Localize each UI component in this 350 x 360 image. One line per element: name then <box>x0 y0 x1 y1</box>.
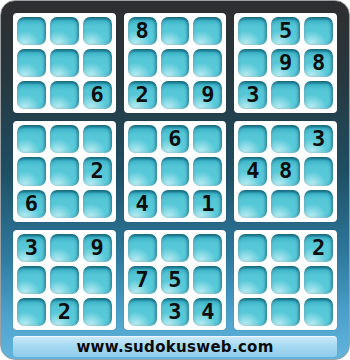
cell-r9c4[interactable] <box>128 298 157 326</box>
cell-r1c9[interactable] <box>304 17 333 45</box>
cell-r9c9[interactable] <box>304 298 333 326</box>
cell-r2c7[interactable] <box>238 49 267 77</box>
cell-r3c3[interactable]: 6 <box>83 81 112 109</box>
cell-r1c1[interactable] <box>17 17 46 45</box>
cell-r3c6[interactable]: 9 <box>193 81 222 109</box>
cell-r7c1[interactable]: 3 <box>17 234 46 262</box>
cell-r6c2[interactable] <box>50 190 79 218</box>
cell-r6c9[interactable] <box>304 190 333 218</box>
cell-r1c5[interactable] <box>161 17 190 45</box>
cell-r3c4[interactable]: 2 <box>128 81 157 109</box>
cell-r4c9[interactable]: 3 <box>304 125 333 153</box>
cell-r8c1[interactable] <box>17 266 46 294</box>
cell-r2c8[interactable]: 9 <box>271 49 300 77</box>
cell-r4c8[interactable] <box>271 125 300 153</box>
cell-r2c9[interactable]: 8 <box>304 49 333 77</box>
cell-r7c9[interactable]: 2 <box>304 234 333 262</box>
website-link[interactable]: www.sudokusweb.com <box>76 338 273 356</box>
box-1-3: 5983 <box>234 13 337 113</box>
cell-r9c7[interactable] <box>238 298 267 326</box>
cell-r6c3[interactable] <box>83 190 112 218</box>
cell-r3c2[interactable] <box>50 81 79 109</box>
sudoku-grid: 682959832664134839275342 <box>13 13 337 330</box>
cell-r5c1[interactable] <box>17 157 46 185</box>
cell-r9c1[interactable] <box>17 298 46 326</box>
cell-r5c5[interactable] <box>161 157 190 185</box>
cell-r9c5[interactable]: 3 <box>161 298 190 326</box>
cell-r1c3[interactable] <box>83 17 112 45</box>
cell-r8c5[interactable]: 5 <box>161 266 190 294</box>
cell-r4c1[interactable] <box>17 125 46 153</box>
cell-r5c7[interactable]: 4 <box>238 157 267 185</box>
cell-r4c7[interactable] <box>238 125 267 153</box>
cell-r4c4[interactable] <box>128 125 157 153</box>
sudoku-board-frame: 682959832664134839275342 www.sudokusweb.… <box>0 0 350 360</box>
footer-band: www.sudokusweb.com <box>13 336 337 357</box>
cell-r6c4[interactable]: 4 <box>128 190 157 218</box>
cell-r4c2[interactable] <box>50 125 79 153</box>
cell-r8c8[interactable] <box>271 266 300 294</box>
box-3-1: 392 <box>13 230 116 330</box>
cell-r2c5[interactable] <box>161 49 190 77</box>
cell-r3c5[interactable] <box>161 81 190 109</box>
cell-r4c6[interactable] <box>193 125 222 153</box>
cell-r7c6[interactable] <box>193 234 222 262</box>
cell-r9c2[interactable]: 2 <box>50 298 79 326</box>
cell-r3c8[interactable] <box>271 81 300 109</box>
cell-r8c9[interactable] <box>304 266 333 294</box>
cell-r3c9[interactable] <box>304 81 333 109</box>
cell-r5c3[interactable]: 2 <box>83 157 112 185</box>
cell-r9c6[interactable]: 4 <box>193 298 222 326</box>
cell-r2c6[interactable] <box>193 49 222 77</box>
cell-r8c4[interactable]: 7 <box>128 266 157 294</box>
cell-r4c3[interactable] <box>83 125 112 153</box>
cell-r6c8[interactable] <box>271 190 300 218</box>
cell-r5c6[interactable] <box>193 157 222 185</box>
cell-r4c5[interactable]: 6 <box>161 125 190 153</box>
cell-r9c3[interactable] <box>83 298 112 326</box>
cell-r7c2[interactable] <box>50 234 79 262</box>
cell-r2c4[interactable] <box>128 49 157 77</box>
cell-r8c2[interactable] <box>50 266 79 294</box>
cell-r8c6[interactable] <box>193 266 222 294</box>
box-2-1: 26 <box>13 121 116 221</box>
box-1-2: 829 <box>124 13 227 113</box>
cell-r1c7[interactable] <box>238 17 267 45</box>
cell-r1c4[interactable]: 8 <box>128 17 157 45</box>
cell-r7c7[interactable] <box>238 234 267 262</box>
cell-r7c8[interactable] <box>271 234 300 262</box>
cell-r1c8[interactable]: 5 <box>271 17 300 45</box>
cell-r7c5[interactable] <box>161 234 190 262</box>
cell-r2c2[interactable] <box>50 49 79 77</box>
cell-r5c4[interactable] <box>128 157 157 185</box>
cell-r6c6[interactable]: 1 <box>193 190 222 218</box>
cell-r3c7[interactable]: 3 <box>238 81 267 109</box>
cell-r5c8[interactable]: 8 <box>271 157 300 185</box>
page: 682959832664134839275342 www.sudokusweb.… <box>0 0 350 360</box>
cell-r7c4[interactable] <box>128 234 157 262</box>
cell-r8c3[interactable] <box>83 266 112 294</box>
cell-r6c1[interactable]: 6 <box>17 190 46 218</box>
cell-r8c7[interactable] <box>238 266 267 294</box>
cell-r7c3[interactable]: 9 <box>83 234 112 262</box>
box-2-2: 641 <box>124 121 227 221</box>
cell-r1c2[interactable] <box>50 17 79 45</box>
cell-r6c7[interactable] <box>238 190 267 218</box>
cell-r6c5[interactable] <box>161 190 190 218</box>
cell-r5c9[interactable] <box>304 157 333 185</box>
box-2-3: 348 <box>234 121 337 221</box>
cell-r5c2[interactable] <box>50 157 79 185</box>
cell-r2c3[interactable] <box>83 49 112 77</box>
box-1-1: 6 <box>13 13 116 113</box>
cell-r9c8[interactable] <box>271 298 300 326</box>
box-3-3: 2 <box>234 230 337 330</box>
cell-r2c1[interactable] <box>17 49 46 77</box>
cell-r1c6[interactable] <box>193 17 222 45</box>
box-3-2: 7534 <box>124 230 227 330</box>
cell-r3c1[interactable] <box>17 81 46 109</box>
